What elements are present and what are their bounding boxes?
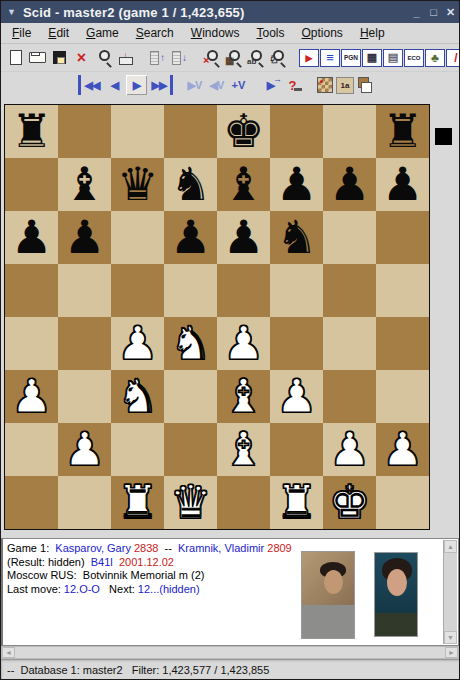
- square-d4[interactable]: ♞: [164, 317, 217, 370]
- square-g1[interactable]: ♚: [323, 476, 376, 529]
- open-icon[interactable]: [27, 48, 48, 68]
- square-b8[interactable]: [58, 105, 111, 158]
- find-position-button[interactable]: ▦: [362, 49, 382, 67]
- menu-tools[interactable]: Tools: [249, 24, 291, 42]
- load-prev-game-icon[interactable]: ↑: [147, 48, 168, 68]
- square-b3[interactable]: [58, 370, 111, 423]
- square-d3[interactable]: [164, 370, 217, 423]
- black-bishop: ♝: [223, 158, 264, 211]
- menu-search[interactable]: Search: [129, 24, 181, 42]
- square-d8[interactable]: [164, 105, 217, 158]
- status-text: -- Database 1: master2 Filter: 1,423,577…: [7, 664, 269, 676]
- white-rook: ♜: [117, 476, 158, 529]
- vertical-scrollbar[interactable]: ▲ ▼: [443, 540, 457, 644]
- square-a4[interactable]: [5, 317, 58, 370]
- square-b2[interactable]: ♟: [58, 423, 111, 476]
- square-h2[interactable]: ♟: [376, 423, 429, 476]
- menu-options[interactable]: Options: [295, 24, 350, 42]
- autoplay-button[interactable]: ▶: [260, 75, 281, 95]
- white-bishop: ♝: [223, 370, 264, 423]
- gameinfo-button[interactable]: ▶: [299, 49, 319, 67]
- square-d6[interactable]: ♟: [164, 211, 217, 264]
- square-d7[interactable]: ♞: [164, 158, 217, 211]
- black-pawn: ♟: [276, 158, 317, 211]
- square-c5[interactable]: [111, 264, 164, 317]
- next-move-value[interactable]: 12...(hidden): [138, 583, 200, 595]
- square-e4[interactable]: ♟: [217, 317, 270, 370]
- square-e1[interactable]: [217, 476, 270, 529]
- black-pawn: ♟: [64, 211, 105, 264]
- square-c6[interactable]: [111, 211, 164, 264]
- square-a5[interactable]: [5, 264, 58, 317]
- save-icon[interactable]: [49, 48, 70, 68]
- toolbar-nav: ◀◀◀▶▶▶▶V◀V+V▶?1a: [1, 72, 459, 98]
- side-to-move-indicator: [435, 128, 452, 145]
- square-b5[interactable]: [58, 264, 111, 317]
- square-e7[interactable]: ♝: [217, 158, 270, 211]
- white-player-photo: [301, 551, 355, 639]
- menu-edit[interactable]: Edit: [41, 24, 76, 42]
- white-rook: ♜: [276, 476, 317, 529]
- square-h4[interactable]: [376, 317, 429, 370]
- next-move-label: Next:: [100, 583, 138, 595]
- pgn-button[interactable]: PGN: [341, 49, 361, 67]
- game-info-panel: Game 1: Kasparov, Gary 2838 -- Kramnik, …: [1, 538, 459, 646]
- scid-window: ▼ Scid - master2 (game 1 / 1,423,655) _ …: [0, 0, 460, 680]
- white-player-name[interactable]: Kasparov, Gary: [55, 542, 134, 554]
- white-pawn: ♟: [11, 370, 52, 423]
- trial-mode-button[interactable]: ?: [282, 75, 303, 95]
- black-queen: ♛: [117, 158, 158, 211]
- square-a8[interactable]: ♜: [5, 105, 58, 158]
- window-menu-icon[interactable]: ▼: [7, 7, 16, 17]
- board-area: ♜♚♜♝♛♞♝♟♟♟♟♟♟♟♞♟♞♟♟♞♝♟♟♝♟♟♜♛♜♚: [1, 98, 459, 538]
- black-player-photo: [374, 552, 418, 637]
- square-h8[interactable]: ♜: [376, 105, 429, 158]
- back-button[interactable]: ◀: [104, 75, 125, 95]
- square-e5[interactable]: [217, 264, 270, 317]
- white-queen: ♛: [170, 476, 211, 529]
- photo-decoration: [387, 569, 407, 596]
- black-pawn: ♟: [382, 158, 423, 211]
- white-pawn: ♟: [329, 423, 370, 476]
- players-separator: --: [158, 542, 178, 554]
- gamelist-button[interactable]: ≡: [320, 49, 340, 67]
- square-f4[interactable]: [270, 317, 323, 370]
- white-pawn: ♟: [117, 317, 158, 370]
- maximize-button[interactable]: □: [425, 6, 442, 18]
- square-a7[interactable]: [5, 158, 58, 211]
- exit-variation-button[interactable]: ◀V: [206, 75, 227, 95]
- title-bar: ▼ Scid - master2 (game 1 / 1,423,655) _ …: [1, 1, 459, 23]
- finder-icon[interactable]: [93, 48, 114, 68]
- square-c7[interactable]: ♛: [111, 158, 164, 211]
- square-h7[interactable]: ♟: [376, 158, 429, 211]
- tree-button[interactable]: ♣: [425, 49, 445, 67]
- scroll-down-icon[interactable]: ▼: [444, 631, 457, 644]
- black-rook: ♜: [11, 105, 52, 158]
- last-move-value[interactable]: 12.O-O: [64, 583, 100, 595]
- menu-file[interactable]: File: [5, 24, 38, 42]
- horizontal-scrollbar[interactable]: ◄ ►: [1, 646, 459, 659]
- square-f8[interactable]: [270, 105, 323, 158]
- white-pawn: ♟: [276, 370, 317, 423]
- white-knight: ♞: [117, 370, 158, 423]
- black-bishop: ♝: [64, 158, 105, 211]
- scroll-up-icon[interactable]: ▲: [444, 540, 457, 553]
- event-site: Moscow RUS: Botvinnik Memorial m (2): [7, 569, 204, 581]
- square-d5[interactable]: [164, 264, 217, 317]
- eco-button[interactable]: ECO: [404, 49, 424, 67]
- new-icon[interactable]: [5, 48, 26, 68]
- square-b4[interactable]: [58, 317, 111, 370]
- square-f5[interactable]: [270, 264, 323, 317]
- square-h5[interactable]: [376, 264, 429, 317]
- crosstable-button[interactable]: ▤: [383, 49, 403, 67]
- black-knight: ♞: [170, 158, 211, 211]
- black-pawn: ♟: [223, 211, 264, 264]
- square-g2[interactable]: ♟: [323, 423, 376, 476]
- black-knight: ♞: [276, 211, 317, 264]
- square-g5[interactable]: [323, 264, 376, 317]
- square-c4[interactable]: ♟: [111, 317, 164, 370]
- show-material-button[interactable]: [314, 75, 335, 95]
- square-b1[interactable]: [58, 476, 111, 529]
- game-date: 2001.12.02: [119, 556, 174, 568]
- square-e3[interactable]: ♝: [217, 370, 270, 423]
- photo-decoration: [324, 570, 343, 594]
- square-f6[interactable]: ♞: [270, 211, 323, 264]
- square-d2[interactable]: [164, 423, 217, 476]
- black-pawn: ♟: [170, 211, 211, 264]
- chess-board: ♜♚♜♝♛♞♝♟♟♟♟♟♟♟♞♟♞♟♟♞♝♟♟♝♟♟♜♛♜♚: [4, 104, 430, 530]
- eco-code[interactable]: B41l: [91, 556, 119, 568]
- photo-decoration: [375, 613, 417, 636]
- square-a6[interactable]: ♟: [5, 211, 58, 264]
- menu-bar: FileEditGameSearchWindowsToolsOptionsHel…: [1, 23, 459, 44]
- coords-toggle-button[interactable]: 1a: [336, 77, 354, 94]
- square-b6[interactable]: ♟: [58, 211, 111, 264]
- square-h1[interactable]: [376, 476, 429, 529]
- bookmark-icon[interactable]: ↓: [115, 48, 136, 68]
- square-f3[interactable]: ♟: [270, 370, 323, 423]
- result-text: (Result: hidden): [7, 556, 91, 568]
- square-e2[interactable]: ♝: [217, 423, 270, 476]
- reset-filter-icon[interactable]: ×: [201, 48, 222, 68]
- square-a1[interactable]: [5, 476, 58, 529]
- window-title: Scid - master2 (game 1 / 1,423,655): [23, 5, 408, 20]
- square-g3[interactable]: [323, 370, 376, 423]
- scroll-right-icon[interactable]: ►: [445, 647, 458, 658]
- square-h3[interactable]: [376, 370, 429, 423]
- square-c8[interactable]: [111, 105, 164, 158]
- black-pawn: ♟: [329, 158, 370, 211]
- square-e8[interactable]: ♚: [217, 105, 270, 158]
- game-number: Game 1:: [7, 542, 55, 554]
- white-knight: ♞: [170, 317, 211, 370]
- white-player-elo: 2838: [134, 542, 158, 554]
- board-search-icon[interactable]: ▦: [223, 48, 244, 68]
- photo-decoration: [302, 605, 354, 638]
- close-icon[interactable]: ×: [71, 48, 92, 68]
- square-g6[interactable]: [323, 211, 376, 264]
- menu-windows[interactable]: Windows: [184, 24, 247, 42]
- square-h6[interactable]: [376, 211, 429, 264]
- load-next-game-icon[interactable]: ↓: [169, 48, 190, 68]
- black-pawn: ♟: [11, 211, 52, 264]
- black-king: ♚: [223, 105, 264, 158]
- square-a3[interactable]: ♟: [5, 370, 58, 423]
- square-e6[interactable]: ♟: [217, 211, 270, 264]
- black-rook: ♜: [382, 105, 423, 158]
- square-f1[interactable]: ♜: [270, 476, 323, 529]
- square-c2[interactable]: [111, 423, 164, 476]
- square-f2[interactable]: [270, 423, 323, 476]
- add-variation-button[interactable]: +V: [228, 75, 249, 95]
- square-a2[interactable]: [5, 423, 58, 476]
- square-b7[interactable]: ♝: [58, 158, 111, 211]
- close-button[interactable]: ✕: [442, 6, 459, 19]
- to-end-button[interactable]: ▶▶: [148, 75, 173, 95]
- status-bar[interactable]: -- Database 1: master2 Filter: 1,423,577…: [1, 659, 459, 679]
- white-king: ♚: [329, 476, 370, 529]
- white-pawn: ♟: [223, 317, 264, 370]
- square-g7[interactable]: ♟: [323, 158, 376, 211]
- enter-variation-button[interactable]: ▶V: [184, 75, 205, 95]
- menu-help[interactable]: Help: [353, 24, 392, 42]
- menu-game[interactable]: Game: [79, 24, 126, 42]
- square-f7[interactable]: ♟: [270, 158, 323, 211]
- white-bishop: ♝: [223, 423, 264, 476]
- square-c1[interactable]: ♜: [111, 476, 164, 529]
- black-player-name[interactable]: Kramnik, Vladimir: [178, 542, 267, 554]
- material-search-icon[interactable]: ♘: [267, 48, 288, 68]
- square-c3[interactable]: ♞: [111, 370, 164, 423]
- square-d1[interactable]: ♛: [164, 476, 217, 529]
- black-player-elo: 2809: [267, 542, 291, 554]
- toolbar-main: ×↓↑↓×▦ab♘▶≡PGN▦▤ECO♣/▦: [1, 44, 459, 72]
- minimize-button[interactable]: _: [408, 6, 425, 18]
- square-g4[interactable]: [323, 317, 376, 370]
- header-search-icon[interactable]: ab: [245, 48, 266, 68]
- last-move-label: Last move:: [7, 583, 64, 595]
- flip-board-button[interactable]: [355, 75, 375, 95]
- scroll-left-icon[interactable]: ◄: [2, 647, 15, 658]
- white-pawn: ♟: [64, 423, 105, 476]
- white-pawn: ♟: [382, 423, 423, 476]
- graph-button[interactable]: /: [446, 49, 460, 67]
- forward-button[interactable]: ▶: [126, 75, 147, 95]
- to-start-button[interactable]: ◀◀: [78, 75, 103, 95]
- square-g8[interactable]: [323, 105, 376, 158]
